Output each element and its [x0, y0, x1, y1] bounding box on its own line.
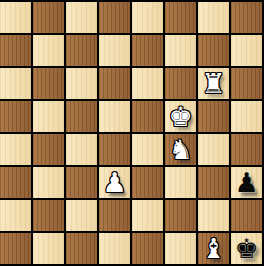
square-g6[interactable]: ♜: [198, 68, 229, 99]
square-e6[interactable]: [132, 68, 163, 99]
square-a8[interactable]: [0, 2, 31, 33]
square-e2[interactable]: [132, 200, 163, 231]
white-knight-piece[interactable]: ♞: [168, 136, 192, 163]
square-f3[interactable]: [165, 167, 196, 198]
square-c2[interactable]: [66, 200, 97, 231]
square-e7[interactable]: [132, 35, 163, 66]
square-g4[interactable]: [198, 134, 229, 165]
square-d8[interactable]: [99, 2, 130, 33]
square-b2[interactable]: [33, 200, 64, 231]
square-b7[interactable]: [33, 35, 64, 66]
black-king-piece[interactable]: ♚: [234, 235, 258, 262]
square-c4[interactable]: [66, 134, 97, 165]
square-e4[interactable]: [132, 134, 163, 165]
white-king-piece[interactable]: ♚: [168, 103, 192, 130]
square-c3[interactable]: [66, 167, 97, 198]
square-g5[interactable]: [198, 101, 229, 132]
square-f2[interactable]: [165, 200, 196, 231]
square-a3[interactable]: [0, 167, 31, 198]
square-f1[interactable]: [165, 233, 196, 264]
chess-board: ♜♚♞♟♟♝♚: [0, 0, 264, 266]
square-a4[interactable]: [0, 134, 31, 165]
square-b8[interactable]: [33, 2, 64, 33]
square-g8[interactable]: [198, 2, 229, 33]
square-b1[interactable]: [33, 233, 64, 264]
square-g3[interactable]: [198, 167, 229, 198]
square-h6[interactable]: [231, 68, 262, 99]
white-bishop-piece[interactable]: ♝: [201, 235, 225, 262]
square-f4[interactable]: ♞: [165, 134, 196, 165]
black-pawn-piece[interactable]: ♟: [234, 169, 258, 196]
square-b3[interactable]: [33, 167, 64, 198]
square-a7[interactable]: [0, 35, 31, 66]
square-g1[interactable]: ♝: [198, 233, 229, 264]
square-c1[interactable]: [66, 233, 97, 264]
square-d4[interactable]: [99, 134, 130, 165]
square-d7[interactable]: [99, 35, 130, 66]
square-c7[interactable]: [66, 35, 97, 66]
square-h4[interactable]: [231, 134, 262, 165]
square-e1[interactable]: [132, 233, 163, 264]
square-f6[interactable]: [165, 68, 196, 99]
square-d1[interactable]: [99, 233, 130, 264]
square-g7[interactable]: [198, 35, 229, 66]
square-e5[interactable]: [132, 101, 163, 132]
square-d6[interactable]: [99, 68, 130, 99]
square-a1[interactable]: [0, 233, 31, 264]
square-h2[interactable]: [231, 200, 262, 231]
square-a5[interactable]: [0, 101, 31, 132]
square-a6[interactable]: [0, 68, 31, 99]
square-c6[interactable]: [66, 68, 97, 99]
square-a2[interactable]: [0, 200, 31, 231]
white-rook-piece[interactable]: ♜: [201, 70, 225, 97]
square-h7[interactable]: [231, 35, 262, 66]
square-d2[interactable]: [99, 200, 130, 231]
square-h3[interactable]: ♟: [231, 167, 262, 198]
square-b5[interactable]: [33, 101, 64, 132]
square-h1[interactable]: ♚: [231, 233, 262, 264]
square-c5[interactable]: [66, 101, 97, 132]
square-h8[interactable]: [231, 2, 262, 33]
white-pawn-piece[interactable]: ♟: [102, 169, 126, 196]
square-b6[interactable]: [33, 68, 64, 99]
square-f5[interactable]: ♚: [165, 101, 196, 132]
square-f8[interactable]: [165, 2, 196, 33]
square-h5[interactable]: [231, 101, 262, 132]
square-d3[interactable]: ♟: [99, 167, 130, 198]
square-f7[interactable]: [165, 35, 196, 66]
square-b4[interactable]: [33, 134, 64, 165]
square-c8[interactable]: [66, 2, 97, 33]
square-g2[interactable]: [198, 200, 229, 231]
square-e3[interactable]: [132, 167, 163, 198]
square-e8[interactable]: [132, 2, 163, 33]
square-d5[interactable]: [99, 101, 130, 132]
